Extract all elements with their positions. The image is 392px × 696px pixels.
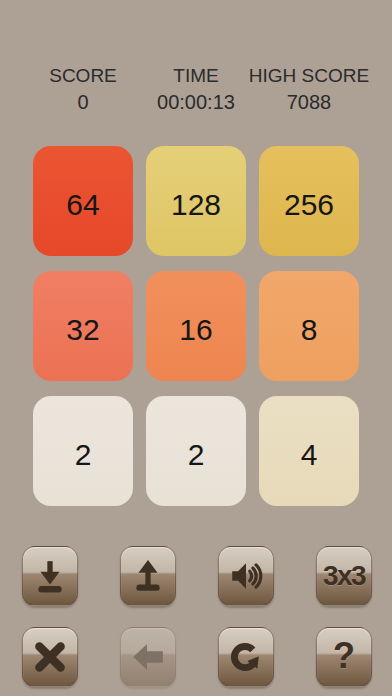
tile-r1c2: 8 [259, 271, 359, 381]
tile-r0c2: 256 [259, 146, 359, 256]
time-block: TIME 00:00:13 [146, 66, 246, 113]
tile-r1c1: 16 [146, 271, 246, 381]
sound-button[interactable] [218, 546, 274, 606]
grid-size-button[interactable]: 3x3 [316, 546, 372, 606]
tile-r0c1: 128 [146, 146, 246, 256]
tile-r2c2: 4 [259, 396, 359, 506]
undo-arrow-icon [130, 639, 166, 675]
help-button[interactable]: ? [316, 627, 372, 687]
download-arrow-icon [32, 558, 68, 594]
question-mark-label: ? [333, 635, 355, 677]
save-button[interactable] [22, 546, 78, 606]
game-board[interactable]: 64 128 256 32 16 8 2 2 4 [33, 146, 359, 506]
score-label: SCORE [49, 66, 117, 86]
tile-r2c0: 2 [33, 396, 133, 506]
close-button[interactable] [22, 627, 78, 687]
undo-button[interactable] [120, 627, 176, 687]
score-block: SCORE 0 [33, 66, 133, 113]
load-button[interactable] [120, 546, 176, 606]
grid-size-label: 3x3 [323, 560, 365, 592]
time-value: 00:00:13 [157, 91, 235, 113]
score-header: SCORE 0 TIME 00:00:13 HIGH SCORE 7088 [33, 66, 359, 113]
close-x-icon [32, 639, 68, 675]
restart-button[interactable] [218, 627, 274, 687]
tile-r1c0: 32 [33, 271, 133, 381]
score-value: 0 [77, 91, 88, 113]
upload-arrow-icon [130, 558, 166, 594]
restart-circular-arrow-icon [228, 639, 264, 675]
tile-r2c1: 2 [146, 396, 246, 506]
time-label: TIME [173, 66, 218, 86]
high-score-value: 7088 [287, 91, 332, 113]
tile-r0c0: 64 [33, 146, 133, 256]
toolbar-row-1: 3x3 [22, 546, 372, 606]
speaker-icon [228, 558, 264, 594]
game-screen: SCORE 0 TIME 00:00:13 HIGH SCORE 7088 64… [0, 0, 392, 696]
high-score-label: HIGH SCORE [249, 66, 369, 86]
high-score-block: HIGH SCORE 7088 [259, 66, 359, 113]
toolbar-row-2: ? [22, 627, 372, 687]
